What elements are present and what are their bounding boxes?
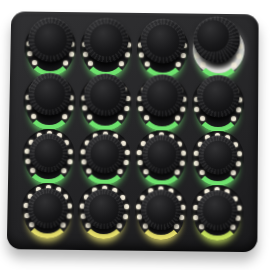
knob-cap[interactable] xyxy=(198,135,237,174)
knob-grid xyxy=(19,20,247,238)
knob-cap[interactable] xyxy=(140,18,185,63)
knob-r1c4[interactable] xyxy=(190,22,246,76)
knob-r2c2[interactable] xyxy=(77,75,134,129)
knob-r4c3[interactable] xyxy=(132,183,189,238)
photo-background xyxy=(0,0,270,270)
knob-cap[interactable] xyxy=(141,189,181,230)
knob-r2c1[interactable] xyxy=(21,74,78,128)
knob-cap[interactable] xyxy=(197,190,237,231)
knob-r4c4[interactable] xyxy=(189,184,246,239)
knob-cap[interactable] xyxy=(193,16,240,63)
knob-r3c4[interactable] xyxy=(189,130,246,185)
knob-r3c3[interactable] xyxy=(133,129,190,184)
knob-cap[interactable] xyxy=(141,74,184,117)
knob-r1c2[interactable] xyxy=(78,21,135,75)
knob-r3c1[interactable] xyxy=(20,128,77,183)
knob-r4c2[interactable] xyxy=(76,182,133,237)
knob-r3c2[interactable] xyxy=(76,128,133,183)
knob-r4c1[interactable] xyxy=(19,182,76,237)
knob-r1c3[interactable] xyxy=(134,22,191,76)
knob-cap[interactable] xyxy=(197,75,240,118)
controller-panel xyxy=(7,11,259,252)
knob-r2c4[interactable] xyxy=(190,76,247,130)
knob-r1c1[interactable] xyxy=(22,20,79,74)
knob-cap[interactable] xyxy=(142,135,181,174)
knob-r2c3[interactable] xyxy=(134,75,191,129)
